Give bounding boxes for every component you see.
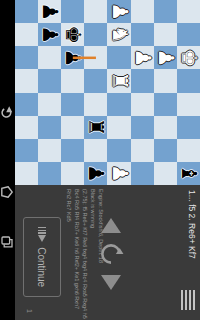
square[interactable]: [108, 46, 131, 69]
square[interactable]: ♟: [38, 23, 61, 46]
continue-button[interactable]: Continue: [23, 217, 61, 297]
black-pawn: ♟: [61, 46, 84, 69]
square[interactable]: ♟: [84, 162, 107, 185]
white-king: ♚: [177, 46, 200, 69]
square[interactable]: [61, 139, 84, 162]
square[interactable]: [84, 93, 107, 116]
black-rook: ♜: [84, 116, 107, 139]
engine-analysis: Engine: Stockfish 6, Depth: 18 Black is …: [65, 189, 105, 319]
square[interactable]: ♟: [61, 46, 84, 69]
back-icon[interactable]: [2, 106, 14, 118]
square[interactable]: [38, 162, 61, 185]
square[interactable]: [38, 46, 61, 69]
square[interactable]: [131, 0, 154, 23]
white-pawn: ♟: [108, 162, 131, 185]
fast-forward-icon: [38, 227, 46, 242]
square[interactable]: [154, 116, 177, 139]
home-icon[interactable]: [2, 186, 14, 198]
white-pawn: ♟: [131, 46, 154, 69]
square[interactable]: ♞: [108, 23, 131, 46]
square[interactable]: [131, 162, 154, 185]
square[interactable]: [15, 0, 38, 23]
square[interactable]: [15, 46, 38, 69]
square[interactable]: ♚: [61, 23, 84, 46]
square[interactable]: ♜: [84, 116, 107, 139]
square[interactable]: [108, 93, 131, 116]
square[interactable]: [84, 0, 107, 23]
square[interactable]: ♟: [154, 46, 177, 69]
square[interactable]: [131, 69, 154, 92]
square[interactable]: [61, 0, 84, 23]
page-indicator: 1: [26, 309, 33, 313]
white-rook: ♜: [108, 69, 131, 92]
square[interactable]: [61, 162, 84, 185]
square[interactable]: [177, 116, 200, 139]
square[interactable]: [61, 116, 84, 139]
evaluation-verdict: Black is winning: [89, 189, 97, 319]
square[interactable]: ♟: [131, 46, 154, 69]
square[interactable]: [108, 116, 131, 139]
square[interactable]: [108, 139, 131, 162]
square[interactable]: [154, 162, 177, 185]
black-pawn: ♟: [38, 0, 61, 23]
engine-info: Engine: Stockfish 6, Depth: 18: [97, 189, 105, 319]
square[interactable]: [177, 139, 200, 162]
square[interactable]: ♝: [177, 162, 200, 185]
white-pawn: ♟: [154, 46, 177, 69]
square[interactable]: [84, 139, 107, 162]
square[interactable]: [15, 69, 38, 92]
square[interactable]: [38, 139, 61, 162]
square[interactable]: [154, 139, 177, 162]
square[interactable]: [131, 23, 154, 46]
square[interactable]: [15, 23, 38, 46]
square[interactable]: [154, 93, 177, 116]
chess-board-area: ♚♝♟♟♟♞♜♟♜♟♚♟♟♟: [15, 0, 200, 185]
square[interactable]: [177, 23, 200, 46]
square[interactable]: [15, 139, 38, 162]
square[interactable]: ♚: [177, 46, 200, 69]
square[interactable]: [84, 23, 107, 46]
square[interactable]: [131, 116, 154, 139]
square[interactable]: [177, 0, 200, 23]
recents-icon[interactable]: [2, 236, 14, 248]
square[interactable]: [131, 139, 154, 162]
square[interactable]: [84, 69, 107, 92]
rotated-landscape-stage: ♚♝♟♟♟♞♜♟♜♟♚♟♟♟ 1... f5 2. Re6+ Kf7 Engin…: [0, 0, 200, 320]
square[interactable]: [154, 69, 177, 92]
square[interactable]: ♟: [108, 162, 131, 185]
square[interactable]: [38, 116, 61, 139]
square[interactable]: [84, 46, 107, 69]
black-king: ♚: [61, 23, 84, 46]
square[interactable]: [154, 23, 177, 46]
square[interactable]: ♜: [108, 69, 131, 92]
square[interactable]: [154, 0, 177, 23]
black-pawn: ♟: [84, 162, 107, 185]
black-bishop: ♝: [177, 162, 200, 185]
screen: { "game": "chess", "position": { "fen": …: [0, 0, 200, 320]
continue-button-label: Continue: [37, 247, 48, 287]
move-list: 1... f5 2. Re6+ Kf7: [187, 190, 197, 259]
black-pawn: ♟: [38, 23, 61, 46]
square[interactable]: [177, 69, 200, 92]
square[interactable]: ♟: [38, 0, 61, 23]
android-navbar: [0, 0, 15, 320]
square[interactable]: [15, 116, 38, 139]
square[interactable]: [15, 162, 38, 185]
square[interactable]: [131, 93, 154, 116]
engine-variation: (2.75): f5 Re6+ Kf7 Re6 fxg4 fxg4 Rc4 Rx…: [65, 189, 89, 319]
white-knight: ♞: [108, 23, 131, 46]
square[interactable]: [61, 69, 84, 92]
white-pawn: ♟: [108, 0, 131, 23]
square[interactable]: [38, 93, 61, 116]
chess-board[interactable]: ♚♝♟♟♟♞♜♟♜♟♚♟♟♟: [15, 0, 200, 185]
square[interactable]: [38, 69, 61, 92]
square[interactable]: ♟: [108, 0, 131, 23]
hamburger-menu-icon[interactable]: [179, 290, 195, 310]
square[interactable]: [61, 93, 84, 116]
square[interactable]: [15, 93, 38, 116]
square[interactable]: [177, 93, 200, 116]
side-panel: 1... f5 2. Re6+ Kf7 Engine: Stockfish 6,…: [15, 185, 200, 320]
